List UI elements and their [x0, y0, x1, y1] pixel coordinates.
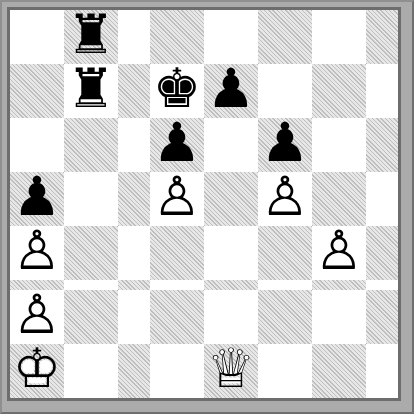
square-h6[interactable]: [366, 118, 398, 172]
black-pawn-e7[interactable]: ♟: [204, 64, 258, 118]
piece-glyph: ♚: [153, 62, 201, 116]
square-c6[interactable]: [118, 118, 150, 172]
square-b5[interactable]: [64, 172, 118, 226]
square-a4[interactable]: ♟♙: [10, 226, 64, 280]
square-c4[interactable]: [118, 226, 150, 280]
square-c1[interactable]: [118, 344, 150, 398]
square-f5[interactable]: ♟♙: [258, 172, 312, 226]
chess-board: ♜♜♚♟♟♟♟♟♙♟♙♟♙♟♙♟♙♚♔♛♕: [7, 7, 401, 401]
square-h1[interactable]: [366, 344, 398, 398]
square-a7[interactable]: [10, 64, 64, 118]
white-pawn-d5[interactable]: ♟♙: [150, 172, 204, 226]
square-b6[interactable]: [64, 118, 118, 172]
square-c8[interactable]: [118, 10, 150, 64]
square-h7[interactable]: [366, 64, 398, 118]
square-f4[interactable]: [258, 226, 312, 280]
square-d5[interactable]: ♟♙: [150, 172, 204, 226]
square-h4[interactable]: [366, 226, 398, 280]
square-h8[interactable]: [366, 10, 398, 64]
square-a1[interactable]: ♚♔: [10, 344, 64, 398]
square-b3[interactable]: [64, 280, 118, 290]
white-pawn-a4[interactable]: ♟♙: [10, 226, 64, 280]
square-f8[interactable]: [258, 10, 312, 64]
piece-glyph: ♜: [67, 62, 115, 116]
square-g4[interactable]: ♟♙: [312, 226, 366, 280]
square-g2[interactable]: [312, 290, 366, 344]
piece-outline-glyph: ♙: [261, 170, 309, 224]
square-g7[interactable]: [312, 64, 366, 118]
square-c2[interactable]: [118, 290, 150, 344]
board-frame: ♜♜♚♟♟♟♟♟♙♟♙♟♙♟♙♟♙♚♔♛♕: [0, 0, 414, 414]
piece-outline-glyph: ♙: [315, 224, 363, 278]
square-b7[interactable]: ♜: [64, 64, 118, 118]
square-g3[interactable]: [312, 280, 366, 290]
square-c7[interactable]: [118, 64, 150, 118]
piece-glyph: ♟: [261, 116, 309, 170]
square-f2[interactable]: [258, 290, 312, 344]
white-pawn-g4[interactable]: ♟♙: [312, 226, 366, 280]
square-d3[interactable]: [150, 280, 204, 290]
piece-outline-glyph: ♙: [13, 288, 61, 342]
square-e1[interactable]: ♛♕: [204, 344, 258, 398]
square-e7[interactable]: ♟: [204, 64, 258, 118]
square-c3[interactable]: [118, 280, 150, 290]
square-b1[interactable]: [64, 344, 118, 398]
square-h5[interactable]: [366, 172, 398, 226]
square-g1[interactable]: [312, 344, 366, 398]
square-g8[interactable]: [312, 10, 366, 64]
square-f3[interactable]: [258, 280, 312, 290]
white-king-a1[interactable]: ♚♔: [10, 344, 64, 398]
piece-outline-glyph: ♕: [207, 342, 255, 396]
piece-outline-glyph: ♙: [13, 224, 61, 278]
square-a8[interactable]: [10, 10, 64, 64]
square-c5[interactable]: [118, 172, 150, 226]
piece-glyph: ♟: [153, 116, 201, 170]
square-g6[interactable]: [312, 118, 366, 172]
piece-glyph: ♜: [67, 8, 115, 62]
white-queen-e1[interactable]: ♛♕: [204, 344, 258, 398]
white-pawn-f5[interactable]: ♟♙: [258, 172, 312, 226]
square-e5[interactable]: [204, 172, 258, 226]
black-rook-b7[interactable]: ♜: [64, 64, 118, 118]
square-e6[interactable]: [204, 118, 258, 172]
square-e4[interactable]: [204, 226, 258, 280]
square-b4[interactable]: [64, 226, 118, 280]
piece-glyph: ♟: [13, 170, 61, 224]
square-f1[interactable]: [258, 344, 312, 398]
square-h3[interactable]: [366, 280, 398, 290]
piece-outline-glyph: ♙: [153, 170, 201, 224]
piece-glyph: ♟: [207, 62, 255, 116]
square-b2[interactable]: [64, 290, 118, 344]
square-d4[interactable]: [150, 226, 204, 280]
square-d2[interactable]: [150, 290, 204, 344]
square-e3[interactable]: [204, 280, 258, 290]
square-h2[interactable]: [366, 290, 398, 344]
square-d1[interactable]: [150, 344, 204, 398]
piece-outline-glyph: ♔: [13, 342, 61, 396]
